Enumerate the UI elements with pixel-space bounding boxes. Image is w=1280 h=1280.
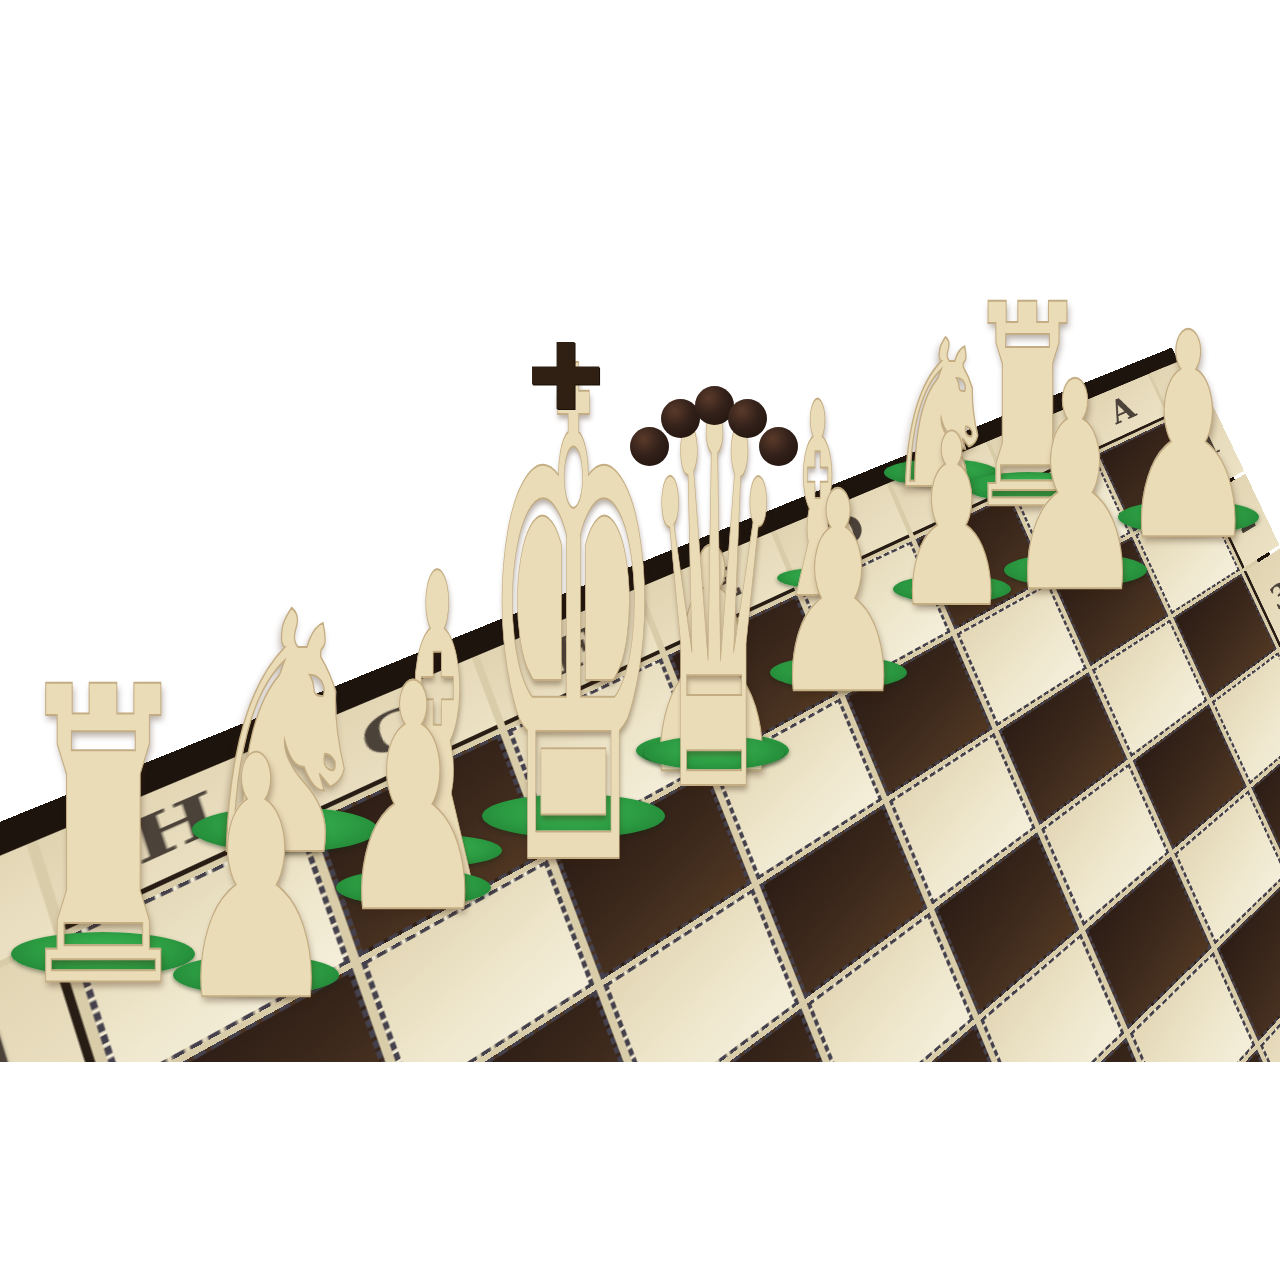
product-photo: HGFEDCBA1122334455667788HGFEDCBA ♞♜♟♟♝♟♟… <box>0 0 1280 1062</box>
pawn-glyph: ♟ <box>173 713 338 1048</box>
white-pawn-g2[interactable]: ♟ <box>89 713 424 1048</box>
